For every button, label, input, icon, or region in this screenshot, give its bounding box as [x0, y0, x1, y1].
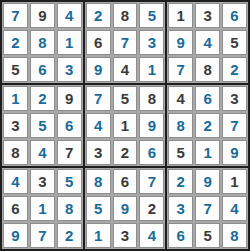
sudoku-cell[interactable]: 2 [195, 113, 220, 138]
sudoku-cell[interactable]: 6 [222, 3, 247, 28]
sudoku-cell[interactable]: 8 [57, 196, 82, 221]
sudoku-cell[interactable]: 9 [168, 30, 193, 55]
sudoku-cell[interactable]: 9 [113, 196, 138, 221]
sudoku-cell[interactable]: 5 [139, 3, 164, 28]
sudoku-cell[interactable]: 9 [3, 223, 28, 248]
sudoku-cell[interactable]: 7 [86, 86, 111, 111]
sudoku-cell[interactable]: 5 [3, 57, 28, 82]
sudoku-cell[interactable]: 3 [86, 140, 111, 165]
sudoku-cell[interactable]: 8 [30, 30, 55, 55]
sudoku-cell[interactable]: 1 [57, 30, 82, 55]
sudoku-cell[interactable]: 4 [3, 169, 28, 194]
sudoku-cell[interactable]: 4 [30, 140, 55, 165]
sudoku-block: 867592134 [85, 168, 166, 249]
sudoku-cell[interactable]: 6 [113, 169, 138, 194]
sudoku-cell[interactable]: 7 [139, 169, 164, 194]
sudoku-cell[interactable]: 8 [168, 113, 193, 138]
sudoku-block: 291374658 [167, 168, 248, 249]
sudoku-cell[interactable]: 6 [3, 196, 28, 221]
sudoku-cell[interactable]: 7 [168, 57, 193, 82]
sudoku-cell[interactable]: 2 [139, 196, 164, 221]
sudoku-cell[interactable]: 5 [30, 113, 55, 138]
sudoku-cell[interactable]: 6 [139, 140, 164, 165]
sudoku-block: 435618972 [2, 168, 83, 249]
sudoku-cell[interactable]: 4 [195, 30, 220, 55]
sudoku-cell[interactable]: 2 [86, 3, 111, 28]
sudoku-cell[interactable]: 3 [222, 86, 247, 111]
sudoku-cell[interactable]: 2 [113, 140, 138, 165]
sudoku-cell[interactable]: 5 [168, 140, 193, 165]
sudoku-cell[interactable]: 4 [222, 196, 247, 221]
sudoku-cell[interactable]: 8 [222, 223, 247, 248]
sudoku-cell[interactable]: 2 [57, 223, 82, 248]
sudoku-cell[interactable]: 7 [113, 30, 138, 55]
sudoku-cell[interactable]: 7 [195, 196, 220, 221]
sudoku-cell[interactable]: 9 [195, 169, 220, 194]
sudoku-cell[interactable]: 9 [139, 113, 164, 138]
sudoku-cell[interactable]: 5 [86, 196, 111, 221]
sudoku-block: 285673941 [85, 2, 166, 83]
sudoku-cell[interactable]: 4 [113, 57, 138, 82]
sudoku-cell[interactable]: 1 [222, 169, 247, 194]
sudoku-cell[interactable]: 4 [139, 223, 164, 248]
sudoku-cell[interactable]: 7 [3, 3, 28, 28]
sudoku-cell[interactable]: 5 [57, 169, 82, 194]
sudoku-cell[interactable]: 8 [86, 169, 111, 194]
sudoku-cell[interactable]: 7 [30, 223, 55, 248]
sudoku-cell[interactable]: 3 [113, 223, 138, 248]
sudoku-block: 758419326 [85, 85, 166, 166]
sudoku-cell[interactable]: 8 [3, 140, 28, 165]
sudoku-cell[interactable]: 2 [222, 57, 247, 82]
sudoku-cell[interactable]: 1 [113, 113, 138, 138]
sudoku-cell[interactable]: 6 [168, 223, 193, 248]
sudoku-cell[interactable]: 9 [57, 86, 82, 111]
sudoku-cell[interactable]: 2 [168, 169, 193, 194]
sudoku-cell[interactable]: 8 [113, 3, 138, 28]
sudoku-cell[interactable]: 5 [222, 30, 247, 55]
sudoku-cell[interactable]: 5 [195, 223, 220, 248]
sudoku-cell[interactable]: 3 [57, 57, 82, 82]
sudoku-cell[interactable]: 1 [195, 140, 220, 165]
sudoku-block: 794281563 [2, 2, 83, 83]
sudoku-board: 7942815632856739411369457821293568477584… [0, 0, 250, 251]
sudoku-cell[interactable]: 9 [30, 3, 55, 28]
sudoku-cell[interactable]: 6 [86, 30, 111, 55]
sudoku-cell[interactable]: 9 [222, 140, 247, 165]
sudoku-cell[interactable]: 3 [3, 113, 28, 138]
sudoku-cell[interactable]: 8 [139, 86, 164, 111]
sudoku-cell[interactable]: 3 [30, 169, 55, 194]
sudoku-cell[interactable]: 4 [168, 86, 193, 111]
sudoku-cell[interactable]: 6 [195, 86, 220, 111]
sudoku-cell[interactable]: 6 [30, 57, 55, 82]
sudoku-cell[interactable]: 6 [57, 113, 82, 138]
sudoku-cell[interactable]: 1 [168, 3, 193, 28]
sudoku-cell[interactable]: 1 [139, 57, 164, 82]
sudoku-block: 136945782 [167, 2, 248, 83]
sudoku-cell[interactable]: 7 [57, 140, 82, 165]
sudoku-cell[interactable]: 5 [113, 86, 138, 111]
sudoku-block: 129356847 [2, 85, 83, 166]
sudoku-cell[interactable]: 2 [3, 30, 28, 55]
sudoku-cell[interactable]: 1 [3, 86, 28, 111]
sudoku-cell[interactable]: 1 [86, 223, 111, 248]
sudoku-cell[interactable]: 3 [139, 30, 164, 55]
sudoku-cell[interactable]: 1 [30, 196, 55, 221]
sudoku-cell[interactable]: 4 [86, 113, 111, 138]
sudoku-cell[interactable]: 3 [168, 196, 193, 221]
sudoku-cell[interactable]: 4 [57, 3, 82, 28]
sudoku-block: 463827519 [167, 85, 248, 166]
sudoku-cell[interactable]: 3 [195, 3, 220, 28]
sudoku-cell[interactable]: 9 [86, 57, 111, 82]
sudoku-cell[interactable]: 2 [30, 86, 55, 111]
sudoku-cell[interactable]: 7 [222, 113, 247, 138]
sudoku-cell[interactable]: 8 [195, 57, 220, 82]
